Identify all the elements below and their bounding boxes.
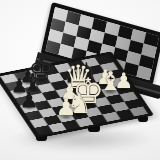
case-square <box>136 66 151 81</box>
ground-shadow <box>8 126 156 152</box>
product-photo: ♟♚♟♝♟♞♛♟♟♟♝♟♚♟♞ <box>0 0 160 160</box>
